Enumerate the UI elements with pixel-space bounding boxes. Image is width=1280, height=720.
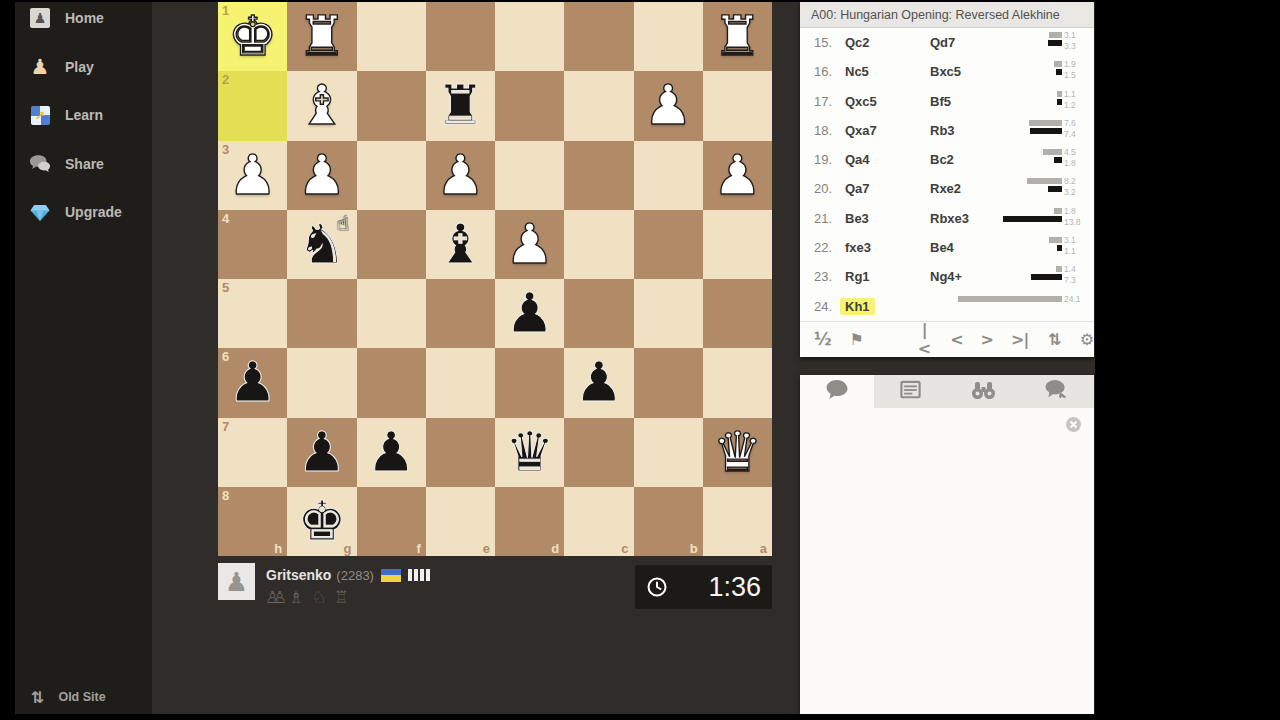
move-time-values: 4.51.8 [1064, 147, 1090, 169]
opening-name-bar: A00: Hungarian Opening: Reversed Alekhin… [800, 2, 1094, 28]
square-c7[interactable] [564, 418, 633, 487]
square-e8[interactable]: e [426, 487, 495, 556]
clock-icon [646, 576, 668, 598]
chat-tabs [800, 375, 1094, 408]
captured-pieces-tray: ♙♙♗ ♘ ♖ [265, 587, 350, 607]
file-label: d [551, 541, 559, 556]
square-g2[interactable]: ♝ [287, 71, 356, 140]
file-label: g [344, 541, 352, 556]
square-d2[interactable] [495, 71, 564, 140]
white-move[interactable]: Be3 [840, 210, 874, 227]
move-time-values: 3.11.1 [1064, 235, 1090, 257]
file-label: f [416, 541, 420, 556]
square-c2[interactable] [564, 71, 633, 140]
square-h3[interactable]: 3♟ [218, 141, 287, 210]
offer-draw-button[interactable]: ½ [814, 329, 832, 349]
square-e1[interactable] [426, 2, 495, 71]
black-pawn[interactable]: ♟ [366, 425, 415, 480]
square-f8[interactable]: f [357, 487, 426, 556]
player-rating: (2283) [336, 568, 374, 583]
swap-icon: ⇅ [31, 688, 44, 707]
white-move[interactable]: fxe3 [840, 239, 876, 256]
chat-icon [825, 379, 849, 404]
move-time-bars [952, 178, 1062, 192]
captured-knight: ♘ [311, 587, 334, 607]
square-c4[interactable] [564, 210, 633, 279]
chat-tab-chat-options[interactable] [1021, 375, 1095, 408]
sidebar-item-play[interactable]: ♟Play [15, 47, 152, 87]
chat-body [800, 408, 1094, 714]
move-time-bars [952, 61, 1062, 75]
move-time-bars [952, 208, 1062, 222]
square-a4[interactable] [703, 210, 772, 279]
square-h2[interactable]: 2 [218, 71, 287, 140]
rank-label: 7 [222, 419, 229, 434]
move-number: 16. [814, 64, 832, 79]
white-pawn[interactable]: ♟ [436, 148, 485, 203]
rank-label: 4 [222, 211, 229, 226]
black-bishop[interactable]: ♝ [436, 217, 485, 272]
square-a6[interactable] [703, 348, 772, 417]
square-c6[interactable]: ♟ [564, 348, 633, 417]
move-time-values: 1.11.2 [1064, 89, 1090, 111]
square-b6[interactable] [634, 348, 703, 417]
square-d7[interactable]: ♛ [495, 418, 564, 487]
file-label: e [483, 541, 490, 556]
move-time-bars [952, 120, 1062, 134]
move-time-bars [952, 266, 1062, 280]
move-row: 23.Rg1Ng4+1.47.3 [800, 262, 1094, 291]
square-d5[interactable]: ♟ [495, 279, 564, 348]
upgrade-icon [29, 201, 51, 223]
square-d3[interactable] [495, 141, 564, 210]
white-pawn[interactable]: ♟ [297, 148, 346, 203]
square-b7[interactable] [634, 418, 703, 487]
black-pawn[interactable]: ♟ [297, 425, 346, 480]
home-icon: ♟ [29, 7, 51, 29]
move-time-bars [952, 149, 1062, 163]
clock-time: 1:36 [668, 572, 761, 603]
square-e4[interactable]: ♝ [426, 210, 495, 279]
square-e7[interactable] [426, 418, 495, 487]
next-move-icon[interactable]: > [981, 330, 993, 349]
white-king[interactable]: ♚ [228, 9, 277, 64]
chat-tab-notes[interactable] [874, 375, 948, 408]
move-time-values: 3.13.3 [1064, 30, 1090, 52]
square-g3[interactable]: ♟ [287, 141, 356, 210]
move-time-bars [952, 91, 1062, 105]
chat-options-icon [1044, 379, 1070, 404]
file-label: a [760, 541, 767, 556]
black-queen[interactable]: ♛ [505, 425, 554, 480]
move-time-values: 24.1 [1064, 294, 1090, 305]
black-pawn[interactable]: ♟ [228, 355, 277, 410]
chat-panel [800, 375, 1094, 714]
file-label: h [274, 541, 282, 556]
square-g1[interactable]: ♜ [287, 2, 356, 71]
file-label: c [621, 541, 628, 556]
sidebar-item-old-site[interactable]: ⇅Old Site [15, 680, 152, 714]
move-list-panel: A00: Hungarian Opening: Reversed Alekhin… [800, 2, 1094, 357]
square-b1[interactable] [634, 2, 703, 71]
move-list: 15.Qc2Qd73.13.316.Nc5Bxc51.91.517.Qxc5Bf… [800, 28, 1094, 321]
move-number: 19. [814, 152, 832, 167]
square-e6[interactable] [426, 348, 495, 417]
square-h1[interactable]: 1♚ [218, 2, 287, 71]
chess-board[interactable]: 1♚♜♜2♝♜♟3♟♟♟♟4♞☝♝♟5♟6♟♟7♟♟♛♛8hg♚fedcba [218, 2, 772, 556]
player-bar: ♟ Gritsenko (2283) ♙♙♗ ♘ ♖ 1:36 [218, 562, 772, 612]
sidebar-item-label: Share [65, 156, 104, 172]
move-number: 21. [814, 211, 832, 226]
move-row: 15.Qc2Qd73.13.3 [800, 28, 1094, 57]
white-move[interactable]: Qxa7 [840, 122, 882, 139]
rank-label: 1 [222, 3, 229, 18]
move-row: 18.Qxa7Rb37.67.4 [800, 116, 1094, 145]
move-row: 17.Qxc5Bf51.11.2 [800, 87, 1094, 116]
square-g5[interactable] [287, 279, 356, 348]
move-time-bars [952, 296, 1062, 304]
rank-label: 6 [222, 349, 229, 364]
square-f4[interactable] [357, 210, 426, 279]
white-bishop[interactable]: ♝ [297, 78, 346, 133]
notes-icon [899, 380, 922, 404]
black-rook[interactable]: ♜ [436, 78, 485, 133]
move-time-values: 7.67.4 [1064, 118, 1090, 140]
sidebar-item-label: Learn [65, 107, 103, 123]
white-pawn[interactable]: ♟ [643, 78, 692, 133]
player-name[interactable]: Gritsenko [266, 567, 331, 583]
square-d1[interactable] [495, 2, 564, 71]
square-f7[interactable]: ♟ [357, 418, 426, 487]
square-f3[interactable] [357, 141, 426, 210]
white-pawn[interactable]: ♟ [228, 148, 277, 203]
square-h4[interactable]: 4 [218, 210, 287, 279]
sidebar-item-label: Upgrade [65, 204, 122, 220]
square-h8[interactable]: 8h [218, 487, 287, 556]
square-f1[interactable] [357, 2, 426, 71]
white-move[interactable]: Nc5 [840, 63, 874, 80]
square-h5[interactable]: 5 [218, 279, 287, 348]
ukraine-flag-icon [381, 569, 401, 582]
move-row: 22.fxe3Be43.11.1 [800, 233, 1094, 262]
rank-label: 5 [222, 280, 229, 295]
square-f6[interactable] [357, 348, 426, 417]
old-site-label: Old Site [58, 690, 105, 704]
square-a3[interactable]: ♟ [703, 141, 772, 210]
move-row: 24.Kh124.1 [800, 292, 1094, 321]
file-label: b [690, 541, 698, 556]
observers-icon [970, 380, 997, 404]
move-number: 24. [814, 299, 832, 314]
rank-label: 3 [222, 142, 229, 157]
sidebar-item-home[interactable]: ♟Home [15, 0, 152, 38]
square-c3[interactable] [564, 141, 633, 210]
prev-move-icon[interactable]: < [950, 330, 962, 349]
square-d6[interactable] [495, 348, 564, 417]
chat-tab-chat[interactable] [800, 375, 874, 408]
square-f2[interactable] [357, 71, 426, 140]
move-number: 20. [814, 181, 832, 196]
move-number: 18. [814, 123, 832, 138]
square-c8[interactable]: c [564, 487, 633, 556]
move-time-values: 1.813.8 [1064, 206, 1090, 228]
square-g6[interactable] [287, 348, 356, 417]
move-time-values: 1.47.3 [1064, 264, 1090, 286]
square-a8[interactable]: a [703, 487, 772, 556]
connection-bars-icon [408, 569, 432, 581]
rank-label: 8 [222, 488, 229, 503]
square-g7[interactable]: ♟ [287, 418, 356, 487]
black-king[interactable]: ♚ [297, 494, 346, 549]
captured-rook: ♖ [334, 587, 350, 607]
white-rook[interactable]: ♜ [297, 9, 346, 64]
square-d8[interactable]: d [495, 487, 564, 556]
move-row: 19.Qa4Bc24.51.8 [800, 145, 1094, 174]
move-time-bars [952, 237, 1062, 251]
player-clock: 1:36 [635, 565, 772, 609]
black-pawn[interactable]: ♟ [574, 355, 623, 410]
chat-tab-observers[interactable] [947, 375, 1021, 408]
first-move-icon[interactable]: |< [916, 320, 932, 358]
learn-icon: ↗ [29, 104, 51, 126]
move-number: 23. [814, 269, 832, 284]
sidebar-item-label: Play [65, 59, 94, 75]
flip-board-icon[interactable]: ⇅ [1048, 330, 1061, 349]
share-icon [29, 153, 51, 175]
move-number: 17. [814, 94, 832, 109]
square-a5[interactable] [703, 279, 772, 348]
square-d4[interactable]: ♟ [495, 210, 564, 279]
opening-name: A00: Hungarian Opening: Reversed Alekhin… [811, 8, 1060, 22]
sidebar-item-label: Home [65, 10, 104, 26]
square-a1[interactable]: ♜ [703, 2, 772, 71]
resign-flag-icon[interactable]: ⚑ [850, 330, 864, 349]
square-c5[interactable] [564, 279, 633, 348]
settings-gear-icon[interactable]: ⚙ [1080, 330, 1094, 349]
move-row: 16.Nc5Bxc51.91.5 [800, 57, 1094, 86]
white-move[interactable]: Rg1 [840, 268, 875, 285]
hand-cursor: ☝ [337, 212, 349, 234]
square-g8[interactable]: g♚ [287, 487, 356, 556]
white-move[interactable]: Qc2 [840, 34, 875, 51]
square-b2[interactable]: ♟ [634, 71, 703, 140]
sidebar-item-share[interactable]: Share [15, 144, 152, 184]
square-b8[interactable]: b [634, 487, 703, 556]
sidebar-item-learn[interactable]: ↗Learn [15, 95, 152, 135]
move-row: 21.Be3Rbxe31.813.8 [800, 204, 1094, 233]
black-pawn[interactable]: ♟ [505, 286, 554, 341]
square-b4[interactable] [634, 210, 703, 279]
last-move-icon[interactable]: >| [1011, 330, 1028, 349]
move-number: 22. [814, 240, 832, 255]
play-icon: ♟ [29, 56, 51, 78]
move-toolbar: ½ ⚑ |< < > >| ⇅ ⚙ [800, 321, 1094, 356]
square-e3[interactable]: ♟ [426, 141, 495, 210]
square-h6[interactable]: 6♟ [218, 348, 287, 417]
square-a7[interactable]: ♛ [703, 418, 772, 487]
square-b3[interactable] [634, 141, 703, 210]
white-move[interactable]: Qa7 [840, 180, 875, 197]
white-pawn[interactable]: ♟ [505, 217, 554, 272]
rank-label: 2 [222, 72, 229, 87]
square-b5[interactable] [634, 279, 703, 348]
player-name-line: Gritsenko (2283) [266, 567, 432, 583]
white-pawn[interactable]: ♟ [713, 148, 762, 203]
square-e5[interactable] [426, 279, 495, 348]
white-queen[interactable]: ♛ [713, 425, 762, 480]
square-h7[interactable]: 7 [218, 418, 287, 487]
disable-chat-icon[interactable] [1065, 416, 1082, 437]
white-move[interactable]: Qa4 [840, 151, 875, 168]
white-move[interactable]: Qxc5 [840, 93, 882, 110]
white-move-current[interactable]: Kh1 [840, 298, 875, 315]
captured-bishop: ♗ [288, 587, 311, 607]
square-a2[interactable] [703, 71, 772, 140]
square-g4[interactable]: ♞☝ [287, 210, 356, 279]
sidebar: ♟Home♟Play↗LearnShareUpgrade⇅Old Site [15, 2, 152, 714]
sidebar-item-upgrade[interactable]: Upgrade [15, 192, 152, 232]
move-time-values: 8.23.2 [1064, 176, 1090, 198]
move-time-values: 1.91.5 [1064, 59, 1090, 81]
avatar[interactable]: ♟ [218, 563, 255, 600]
square-e2[interactable]: ♜ [426, 71, 495, 140]
square-c1[interactable] [564, 2, 633, 71]
square-f5[interactable] [357, 279, 426, 348]
white-rook[interactable]: ♜ [713, 9, 762, 64]
move-row: 20.Qa7Rxe28.23.2 [800, 174, 1094, 203]
move-time-bars [952, 32, 1062, 46]
captured-pawn-pair: ♙♙ [265, 587, 279, 607]
move-number: 15. [814, 35, 832, 50]
